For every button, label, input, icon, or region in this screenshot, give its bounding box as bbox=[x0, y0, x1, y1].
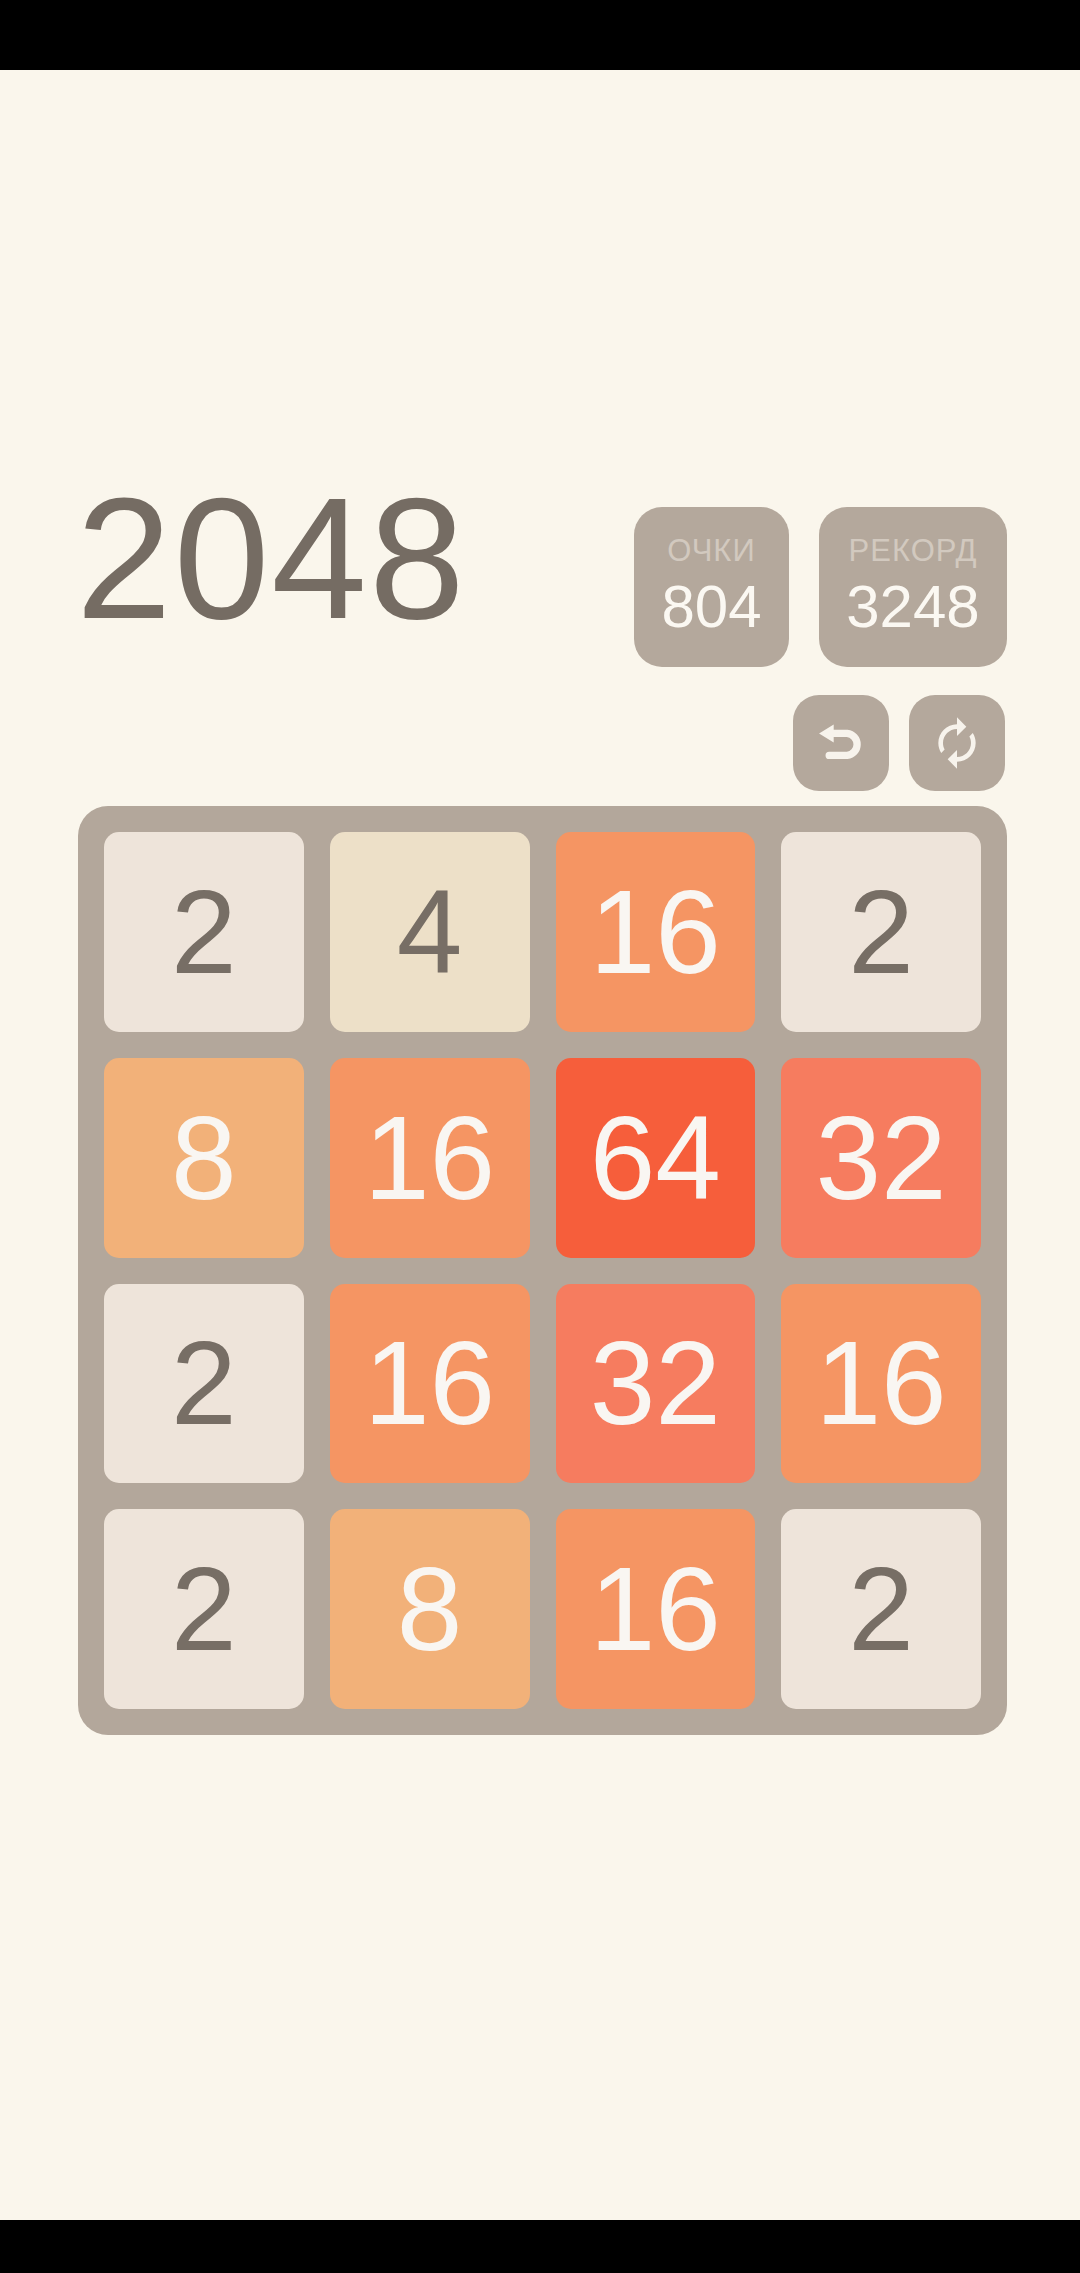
tile-r1c3: 16 bbox=[556, 832, 756, 1032]
status-bar bbox=[0, 0, 1080, 70]
tile-r2c4: 32 bbox=[781, 1058, 981, 1258]
control-buttons bbox=[793, 695, 1005, 791]
restart-button[interactable] bbox=[909, 695, 1005, 791]
tile-r3c4: 16 bbox=[781, 1284, 981, 1484]
tile-r4c2: 8 bbox=[330, 1509, 530, 1709]
app-title: 2048 bbox=[76, 472, 467, 644]
board-grid[interactable]: 241628166432216321628162 bbox=[78, 806, 1007, 1735]
best-score-box: РЕКОРД 3248 bbox=[819, 507, 1007, 667]
undo-button[interactable] bbox=[793, 695, 889, 791]
tile-r1c1: 2 bbox=[104, 832, 304, 1032]
tile-r2c1: 8 bbox=[104, 1058, 304, 1258]
score-label: ОЧКИ bbox=[667, 533, 755, 569]
tile-r4c3: 16 bbox=[556, 1509, 756, 1709]
best-score-value: 3248 bbox=[846, 572, 979, 641]
score-panel: ОЧКИ 804 РЕКОРД 3248 bbox=[634, 507, 1007, 667]
screen: 2048 ОЧКИ 804 РЕКОРД 3248 bbox=[0, 0, 1080, 2273]
score-box: ОЧКИ 804 bbox=[634, 507, 789, 667]
refresh-arrows-icon bbox=[929, 715, 985, 771]
navigation-bar bbox=[0, 2220, 1080, 2273]
tile-r1c4: 2 bbox=[781, 832, 981, 1032]
tile-r2c2: 16 bbox=[330, 1058, 530, 1258]
tile-r2c3: 64 bbox=[556, 1058, 756, 1258]
tile-r3c3: 32 bbox=[556, 1284, 756, 1484]
score-value: 804 bbox=[661, 572, 761, 641]
tile-r4c1: 2 bbox=[104, 1509, 304, 1709]
undo-arrow-icon bbox=[814, 716, 868, 770]
tile-r3c2: 16 bbox=[330, 1284, 530, 1484]
best-score-label: РЕКОРД bbox=[849, 533, 978, 569]
tile-r4c4: 2 bbox=[781, 1509, 981, 1709]
tile-r1c2: 4 bbox=[330, 832, 530, 1032]
tile-r3c1: 2 bbox=[104, 1284, 304, 1484]
